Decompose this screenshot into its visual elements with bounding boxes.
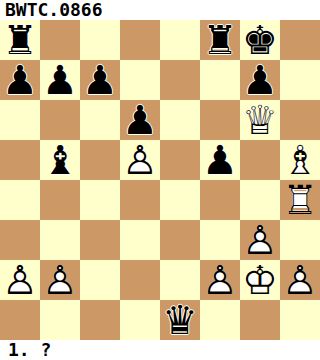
square-b1[interactable] — [40, 300, 80, 340]
square-e6[interactable] — [160, 100, 200, 140]
square-f5[interactable]: ♟ — [200, 140, 240, 180]
square-e8[interactable] — [160, 20, 200, 60]
square-a8[interactable]: ♜ — [0, 20, 40, 60]
square-a5[interactable] — [0, 140, 40, 180]
square-e2[interactable] — [160, 260, 200, 300]
black-pawn: ♟ — [200, 140, 240, 180]
square-f6[interactable] — [200, 100, 240, 140]
square-b4[interactable] — [40, 180, 80, 220]
square-c5[interactable] — [80, 140, 120, 180]
white-pawn: ♟♙ — [240, 220, 280, 260]
square-c1[interactable] — [80, 300, 120, 340]
black-pawn: ♟ — [40, 60, 80, 100]
white-pawn: ♟♙ — [120, 140, 160, 180]
square-e1[interactable]: ♛ — [160, 300, 200, 340]
square-h8[interactable] — [280, 20, 320, 60]
white-bishop: ♝♗ — [280, 140, 320, 180]
square-g8[interactable]: ♚ — [240, 20, 280, 60]
square-a3[interactable] — [0, 220, 40, 260]
square-g2[interactable]: ♚♔ — [240, 260, 280, 300]
white-pawn: ♟♙ — [40, 260, 80, 300]
move-prompt: 1. ? — [0, 340, 320, 360]
square-d1[interactable] — [120, 300, 160, 340]
square-h6[interactable] — [280, 100, 320, 140]
square-a4[interactable] — [0, 180, 40, 220]
chess-board: ♜♜♚♟♟♟♟♟♛♕♝♟♙♟♝♗♜♖♟♙♟♙♟♙♟♙♚♔♟♙♛ — [0, 20, 320, 340]
square-c4[interactable] — [80, 180, 120, 220]
square-a7[interactable]: ♟ — [0, 60, 40, 100]
square-g7[interactable]: ♟ — [240, 60, 280, 100]
white-king: ♚♔ — [240, 260, 280, 300]
square-c7[interactable]: ♟ — [80, 60, 120, 100]
square-e7[interactable] — [160, 60, 200, 100]
black-rook: ♜ — [200, 20, 240, 60]
square-d2[interactable] — [120, 260, 160, 300]
square-b3[interactable] — [40, 220, 80, 260]
square-g4[interactable] — [240, 180, 280, 220]
black-bishop: ♝ — [40, 140, 80, 180]
square-c3[interactable] — [80, 220, 120, 260]
square-d8[interactable] — [120, 20, 160, 60]
square-h7[interactable] — [280, 60, 320, 100]
square-h1[interactable] — [280, 300, 320, 340]
white-rook: ♜♖ — [280, 180, 320, 220]
square-b2[interactable]: ♟♙ — [40, 260, 80, 300]
square-b5[interactable]: ♝ — [40, 140, 80, 180]
square-f2[interactable]: ♟♙ — [200, 260, 240, 300]
square-g1[interactable] — [240, 300, 280, 340]
square-f1[interactable] — [200, 300, 240, 340]
square-e4[interactable] — [160, 180, 200, 220]
square-a1[interactable] — [0, 300, 40, 340]
black-king: ♚ — [240, 20, 280, 60]
square-c6[interactable] — [80, 100, 120, 140]
black-rook: ♜ — [0, 20, 40, 60]
square-b6[interactable] — [40, 100, 80, 140]
square-f3[interactable] — [200, 220, 240, 260]
square-a2[interactable]: ♟♙ — [0, 260, 40, 300]
white-pawn: ♟♙ — [280, 260, 320, 300]
square-h3[interactable] — [280, 220, 320, 260]
square-b7[interactable]: ♟ — [40, 60, 80, 100]
square-c2[interactable] — [80, 260, 120, 300]
square-f4[interactable] — [200, 180, 240, 220]
square-a6[interactable] — [0, 100, 40, 140]
square-h2[interactable]: ♟♙ — [280, 260, 320, 300]
square-c8[interactable] — [80, 20, 120, 60]
square-d5[interactable]: ♟♙ — [120, 140, 160, 180]
square-g6[interactable]: ♛♕ — [240, 100, 280, 140]
square-d3[interactable] — [120, 220, 160, 260]
black-pawn: ♟ — [80, 60, 120, 100]
square-b8[interactable] — [40, 20, 80, 60]
square-f8[interactable]: ♜ — [200, 20, 240, 60]
white-queen: ♛♕ — [240, 100, 280, 140]
square-f7[interactable] — [200, 60, 240, 100]
black-pawn: ♟ — [0, 60, 40, 100]
square-d6[interactable]: ♟ — [120, 100, 160, 140]
square-h5[interactable]: ♝♗ — [280, 140, 320, 180]
square-d7[interactable] — [120, 60, 160, 100]
square-e3[interactable] — [160, 220, 200, 260]
black-queen: ♛ — [160, 300, 200, 340]
black-pawn: ♟ — [240, 60, 280, 100]
square-g3[interactable]: ♟♙ — [240, 220, 280, 260]
square-g5[interactable] — [240, 140, 280, 180]
square-e5[interactable] — [160, 140, 200, 180]
square-d4[interactable] — [120, 180, 160, 220]
square-h4[interactable]: ♜♖ — [280, 180, 320, 220]
white-pawn: ♟♙ — [0, 260, 40, 300]
white-pawn: ♟♙ — [200, 260, 240, 300]
black-pawn: ♟ — [120, 100, 160, 140]
